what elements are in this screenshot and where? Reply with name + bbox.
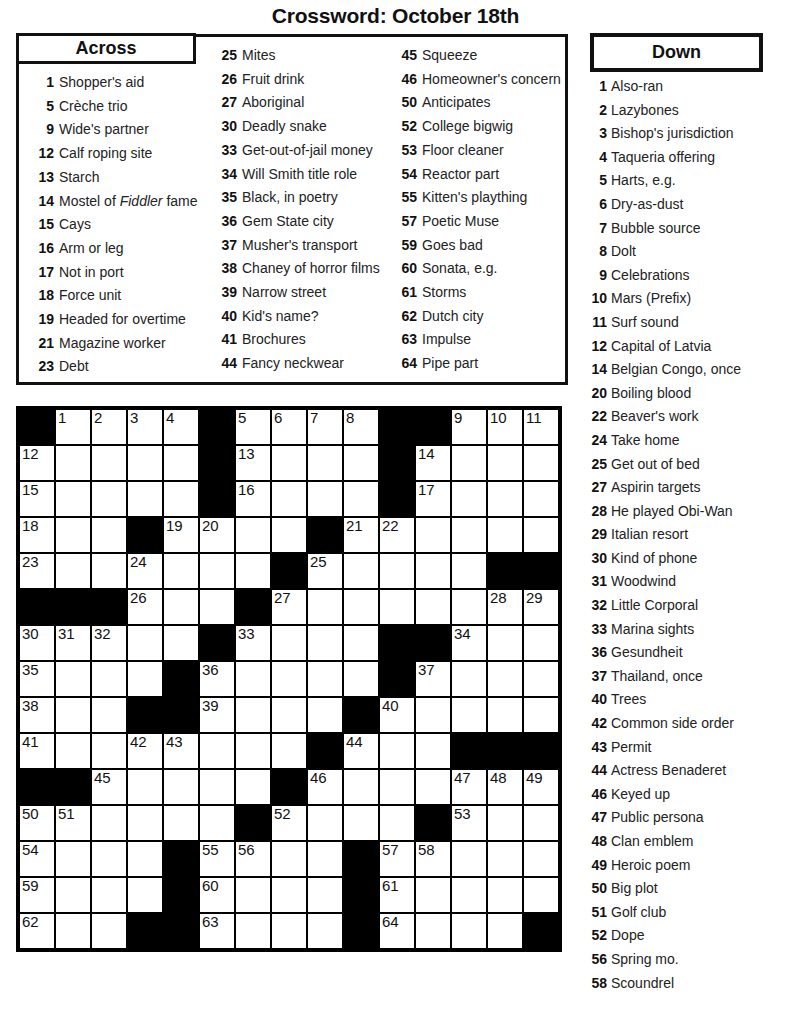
grid-cell[interactable]: 54: [19, 841, 55, 877]
black-cell: [487, 553, 523, 589]
grid-cell[interactable]: [55, 733, 91, 769]
grid-cell[interactable]: 44: [343, 733, 379, 769]
grid-cell[interactable]: 17: [415, 481, 451, 517]
grid-cell[interactable]: [379, 589, 415, 625]
clue-number: 14: [590, 358, 607, 382]
grid-cell[interactable]: [307, 445, 343, 481]
clue-line: 44Actress Benaderet: [590, 759, 790, 783]
clue-text: Force unit: [59, 284, 121, 308]
grid-cell[interactable]: [487, 913, 523, 949]
grid-cell[interactable]: [127, 445, 163, 481]
clue-text: Spring mo.: [611, 948, 679, 972]
grid-cell[interactable]: 7: [307, 409, 343, 445]
grid-cell[interactable]: 25: [307, 553, 343, 589]
clue-text: Little Corporal: [611, 594, 698, 618]
clue-line: 57Poetic Muse: [385, 210, 563, 234]
grid-cell[interactable]: 38: [19, 697, 55, 733]
clue-number: 36: [590, 641, 607, 665]
grid-cell[interactable]: [271, 697, 307, 733]
clue-text: Floor cleaner: [422, 139, 504, 163]
black-cell: [19, 589, 55, 625]
grid-cell[interactable]: [199, 733, 235, 769]
grid-cell[interactable]: [523, 697, 559, 733]
clue-line: 24Take home: [590, 429, 790, 453]
grid-cell[interactable]: [91, 661, 127, 697]
clue-line: 26Fruit drink: [205, 68, 383, 92]
clue-line: 46Homeowner's concern: [385, 68, 563, 92]
clue-line: 12Capital of Latvia: [590, 335, 790, 359]
grid-cell[interactable]: [451, 589, 487, 625]
clue-number: 15: [20, 213, 54, 237]
black-cell: [523, 733, 559, 769]
grid-cell[interactable]: [523, 661, 559, 697]
clue-number: 35: [205, 186, 237, 210]
grid-cell[interactable]: [55, 517, 91, 553]
grid-cell[interactable]: [163, 481, 199, 517]
grid-cell[interactable]: [271, 661, 307, 697]
clue-line: 43Permit: [590, 736, 790, 760]
grid-cell[interactable]: [415, 769, 451, 805]
grid-cell[interactable]: [271, 733, 307, 769]
grid-cell[interactable]: 48: [487, 769, 523, 805]
grid-cell[interactable]: [487, 481, 523, 517]
grid-cell[interactable]: 41: [19, 733, 55, 769]
grid-cell[interactable]: 5: [235, 409, 271, 445]
grid-cell[interactable]: 61: [379, 877, 415, 913]
grid-cell[interactable]: 59: [19, 877, 55, 913]
grid-cell[interactable]: 6: [271, 409, 307, 445]
grid-cell[interactable]: 11: [523, 409, 559, 445]
clue-line: 37Musher's transport: [205, 234, 383, 258]
clue-line: 11Surf sound: [590, 311, 790, 335]
grid-cell[interactable]: 60: [199, 877, 235, 913]
grid-cell[interactable]: [91, 445, 127, 481]
clue-line: 59Goes bad: [385, 234, 563, 258]
black-cell: [343, 913, 379, 949]
grid-cell[interactable]: [91, 841, 127, 877]
grid-cell[interactable]: 58: [415, 841, 451, 877]
clue-line: 4Taqueria offering: [590, 146, 790, 170]
grid-cell[interactable]: [199, 589, 235, 625]
grid-cell[interactable]: [163, 625, 199, 661]
grid-cell[interactable]: [343, 481, 379, 517]
clue-number: 34: [205, 163, 237, 187]
grid-cell[interactable]: [379, 733, 415, 769]
clue-number: 6: [590, 193, 607, 217]
grid-cell[interactable]: [55, 841, 91, 877]
clue-number: 46: [590, 783, 607, 807]
cell-number: 40: [382, 698, 399, 714]
grid-cell[interactable]: [307, 697, 343, 733]
grid-cell[interactable]: [235, 697, 271, 733]
grid-cell[interactable]: 20: [199, 517, 235, 553]
grid-cell[interactable]: [487, 661, 523, 697]
grid-cell[interactable]: [451, 877, 487, 913]
grid-cell[interactable]: 19: [163, 517, 199, 553]
clue-line: 51Golf club: [590, 901, 790, 925]
clue-text: Squeeze: [422, 44, 477, 68]
black-cell: [19, 409, 55, 445]
grid-cell[interactable]: [307, 841, 343, 877]
clue-text: Anticipates: [422, 91, 490, 115]
grid-cell[interactable]: 42: [127, 733, 163, 769]
grid-cell[interactable]: [343, 769, 379, 805]
grid-cell[interactable]: [271, 445, 307, 481]
grid-cell[interactable]: 12: [19, 445, 55, 481]
clue-number: 58: [590, 972, 607, 996]
grid-cell[interactable]: [199, 553, 235, 589]
cell-number: 37: [418, 662, 435, 678]
clue-line: 7Bubble source: [590, 217, 790, 241]
grid-cell[interactable]: [415, 553, 451, 589]
cell-number: 6: [274, 410, 282, 426]
grid-cell[interactable]: [415, 733, 451, 769]
grid-cell[interactable]: [307, 481, 343, 517]
grid-cell[interactable]: [415, 877, 451, 913]
grid-cell[interactable]: [307, 661, 343, 697]
grid-cell[interactable]: [127, 481, 163, 517]
grid-cell[interactable]: 52: [271, 805, 307, 841]
grid-cell[interactable]: [343, 661, 379, 697]
clue-number: 47: [590, 806, 607, 830]
grid-cell[interactable]: [55, 445, 91, 481]
grid-cell[interactable]: 31: [55, 625, 91, 661]
grid-cell[interactable]: [163, 445, 199, 481]
clue-number: 27: [205, 91, 237, 115]
cell-number: 10: [490, 410, 507, 426]
grid-cell[interactable]: [91, 517, 127, 553]
grid-cell[interactable]: [451, 661, 487, 697]
clue-number: 42: [590, 712, 607, 736]
grid-cell[interactable]: [343, 445, 379, 481]
grid-cell[interactable]: [271, 625, 307, 661]
clue-number: 24: [590, 429, 607, 453]
grid-cell[interactable]: [55, 553, 91, 589]
grid-cell[interactable]: [451, 445, 487, 481]
grid-cell[interactable]: [127, 805, 163, 841]
grid-cell[interactable]: [523, 481, 559, 517]
grid-cell[interactable]: 23: [19, 553, 55, 589]
grid-cell[interactable]: 49: [523, 769, 559, 805]
cell-number: 49: [526, 770, 543, 786]
grid-cell[interactable]: [55, 877, 91, 913]
cell-number: 46: [310, 770, 327, 786]
clue-text: Sonata, e.g.: [422, 257, 498, 281]
black-cell: [415, 409, 451, 445]
grid-cell[interactable]: [271, 913, 307, 949]
cell-number: 21: [346, 518, 363, 534]
cell-number: 31: [58, 626, 75, 642]
grid-cell[interactable]: [55, 697, 91, 733]
grid-cell[interactable]: [235, 913, 271, 949]
clue-text: Woodwind: [611, 570, 676, 594]
grid-cell[interactable]: 55: [199, 841, 235, 877]
grid-cell[interactable]: [127, 769, 163, 805]
grid-cell[interactable]: [487, 877, 523, 913]
black-cell: [307, 733, 343, 769]
black-cell: [163, 841, 199, 877]
clue-line: 41Brochures: [205, 328, 383, 352]
clue-text: Deadly snake: [242, 115, 327, 139]
black-cell: [163, 661, 199, 697]
black-cell: [55, 589, 91, 625]
grid-cell[interactable]: 40: [379, 697, 415, 733]
grid-cell[interactable]: 21: [343, 517, 379, 553]
clue-line: 3Bishop's jurisdiction: [590, 122, 790, 146]
grid-cell[interactable]: [91, 481, 127, 517]
clue-line: 27Aboriginal: [205, 91, 383, 115]
grid-cell[interactable]: [343, 625, 379, 661]
grid-cell[interactable]: [451, 517, 487, 553]
clue-text: Actress Benaderet: [611, 759, 726, 783]
cell-number: 14: [418, 446, 435, 462]
grid-cell[interactable]: [343, 553, 379, 589]
clue-line: 55Kitten's plaything: [385, 186, 563, 210]
grid-cell[interactable]: 24: [127, 553, 163, 589]
grid-cell[interactable]: [235, 733, 271, 769]
clue-number: 33: [205, 139, 237, 163]
clue-number: 52: [385, 115, 417, 139]
clue-text: Surf sound: [611, 311, 679, 335]
clue-text: Clan emblem: [611, 830, 693, 854]
grid-cell[interactable]: 16: [235, 481, 271, 517]
grid-cell[interactable]: 51: [55, 805, 91, 841]
grid-cell[interactable]: [127, 625, 163, 661]
grid-cell[interactable]: [271, 877, 307, 913]
grid-cell[interactable]: 53: [451, 805, 487, 841]
grid-cell[interactable]: [451, 841, 487, 877]
grid-cell[interactable]: [523, 805, 559, 841]
grid-cell[interactable]: [235, 661, 271, 697]
grid-cell[interactable]: 32: [91, 625, 127, 661]
clue-text: Dutch city: [422, 305, 483, 329]
grid-cell[interactable]: [487, 625, 523, 661]
grid-cell[interactable]: [55, 481, 91, 517]
grid-cell[interactable]: 47: [451, 769, 487, 805]
grid-cell[interactable]: [523, 841, 559, 877]
grid-cell[interactable]: [55, 661, 91, 697]
clue-number: 8: [590, 240, 607, 264]
grid-cell[interactable]: [487, 805, 523, 841]
grid-cell[interactable]: [55, 913, 91, 949]
grid-cell[interactable]: [163, 805, 199, 841]
grid-cell[interactable]: [271, 517, 307, 553]
grid-cell[interactable]: [91, 913, 127, 949]
grid-cell[interactable]: [487, 445, 523, 481]
grid-cell[interactable]: [379, 553, 415, 589]
clue-number: 33: [590, 618, 607, 642]
grid-cell[interactable]: [91, 805, 127, 841]
clue-line: 15Cays: [20, 213, 198, 237]
grid-cell[interactable]: [91, 877, 127, 913]
clue-text: Poetic Muse: [422, 210, 499, 234]
grid-cell[interactable]: [307, 805, 343, 841]
grid-cell[interactable]: [487, 841, 523, 877]
grid-cell[interactable]: [199, 805, 235, 841]
cell-number: 64: [382, 914, 399, 930]
grid-cell[interactable]: 2: [91, 409, 127, 445]
grid-cell[interactable]: 64: [379, 913, 415, 949]
grid-cell[interactable]: [235, 877, 271, 913]
clue-text: Bishop's jurisdiction: [611, 122, 734, 146]
cell-number: 11: [526, 410, 542, 426]
cell-number: 7: [310, 410, 318, 426]
clue-number: 53: [385, 139, 417, 163]
cell-number: 27: [274, 590, 291, 606]
clue-number: 13: [20, 166, 54, 190]
black-cell: [415, 805, 451, 841]
grid-cell[interactable]: 45: [91, 769, 127, 805]
clue-number: 57: [385, 210, 417, 234]
clue-line: 50Big plot: [590, 877, 790, 901]
grid-cell[interactable]: 29: [523, 589, 559, 625]
grid-cell[interactable]: [379, 769, 415, 805]
grid-cell[interactable]: [91, 733, 127, 769]
grid-cell[interactable]: 1: [55, 409, 91, 445]
grid-cell[interactable]: [487, 697, 523, 733]
clue-line: 33Get-out-of-jail money: [205, 139, 383, 163]
grid-cell[interactable]: 43: [163, 733, 199, 769]
grid-cell[interactable]: 28: [487, 589, 523, 625]
grid-cell[interactable]: [307, 625, 343, 661]
grid-cell[interactable]: 50: [19, 805, 55, 841]
black-cell: [343, 697, 379, 733]
clue-line: 50Anticipates: [385, 91, 563, 115]
clue-text: Mites: [242, 44, 275, 68]
cell-number: 60: [202, 878, 219, 894]
clue-text: Bubble source: [611, 217, 701, 241]
grid-cell[interactable]: 63: [199, 913, 235, 949]
grid-cell[interactable]: [127, 877, 163, 913]
grid-cell[interactable]: 35: [19, 661, 55, 697]
grid-cell[interactable]: [127, 841, 163, 877]
grid-cell[interactable]: 34: [451, 625, 487, 661]
cell-number: 63: [202, 914, 219, 930]
grid-cell[interactable]: 46: [307, 769, 343, 805]
cell-number: 24: [130, 554, 147, 570]
cell-number: 61: [382, 878, 399, 894]
grid-cell[interactable]: [451, 697, 487, 733]
clue-line: 56Spring mo.: [590, 948, 790, 972]
grid-cell[interactable]: [343, 805, 379, 841]
grid-cell[interactable]: [379, 805, 415, 841]
black-cell: [235, 589, 271, 625]
clue-text: Kid's name?: [242, 305, 319, 329]
grid-cell[interactable]: [451, 913, 487, 949]
grid-cell[interactable]: [415, 697, 451, 733]
black-cell: [199, 409, 235, 445]
grid-cell[interactable]: 9: [451, 409, 487, 445]
cell-number: 55: [202, 842, 219, 858]
clue-line: 20Boiling blood: [590, 382, 790, 406]
grid-cell[interactable]: [271, 481, 307, 517]
grid-cell[interactable]: [343, 589, 379, 625]
grid-cell[interactable]: [451, 481, 487, 517]
grid-cell[interactable]: [127, 661, 163, 697]
clue-text: Brochures: [242, 328, 306, 352]
grid-cell[interactable]: [235, 517, 271, 553]
grid-cell[interactable]: [451, 553, 487, 589]
grid-cell[interactable]: 3: [127, 409, 163, 445]
grid-cell[interactable]: [523, 625, 559, 661]
grid-cell[interactable]: 8: [343, 409, 379, 445]
grid-cell[interactable]: [91, 553, 127, 589]
grid-cell[interactable]: 37: [415, 661, 451, 697]
grid-cell[interactable]: 26: [127, 589, 163, 625]
clue-number: 17: [20, 261, 54, 285]
cell-number: 33: [238, 626, 255, 642]
cell-number: 19: [166, 518, 183, 534]
grid-cell[interactable]: 30: [19, 625, 55, 661]
grid-cell[interactable]: [307, 589, 343, 625]
grid-cell[interactable]: 27: [271, 589, 307, 625]
grid-cell[interactable]: [307, 877, 343, 913]
black-cell: [307, 517, 343, 553]
grid-cell[interactable]: 57: [379, 841, 415, 877]
grid-cell[interactable]: [307, 913, 343, 949]
grid-cell[interactable]: [235, 769, 271, 805]
clue-line: 9Wide's partner: [20, 118, 198, 142]
grid-cell[interactable]: 56: [235, 841, 271, 877]
clue-text: Golf club: [611, 901, 666, 925]
grid-cell[interactable]: [415, 913, 451, 949]
cell-number: 35: [22, 662, 39, 678]
grid-cell[interactable]: [163, 553, 199, 589]
grid-cell[interactable]: [163, 769, 199, 805]
grid-cell[interactable]: [487, 517, 523, 553]
grid-cell[interactable]: [235, 553, 271, 589]
grid-cell[interactable]: 22: [379, 517, 415, 553]
grid-cell[interactable]: [271, 841, 307, 877]
grid-cell[interactable]: 33: [235, 625, 271, 661]
cell-number: 53: [454, 806, 471, 822]
grid-cell[interactable]: [523, 877, 559, 913]
grid-cell[interactable]: 62: [19, 913, 55, 949]
clue-text: Black, in poetry: [242, 186, 338, 210]
clue-number: 32: [590, 594, 607, 618]
grid-cell[interactable]: [415, 589, 451, 625]
black-cell: [379, 625, 415, 661]
clue-text: Cays: [59, 213, 91, 237]
grid-cell[interactable]: [199, 769, 235, 805]
grid-cell[interactable]: [523, 517, 559, 553]
clue-number: 37: [590, 665, 607, 689]
clue-text: Kind of phone: [611, 547, 697, 571]
clue-line: 45Squeeze: [385, 44, 563, 68]
grid-cell[interactable]: [163, 589, 199, 625]
cell-number: 44: [346, 734, 363, 750]
grid-cell[interactable]: 18: [19, 517, 55, 553]
grid-cell[interactable]: 14: [415, 445, 451, 481]
grid-cell[interactable]: 39: [199, 697, 235, 733]
cell-number: 26: [130, 590, 147, 606]
grid-cell[interactable]: 10: [487, 409, 523, 445]
grid-cell[interactable]: 36: [199, 661, 235, 697]
grid-cell[interactable]: 13: [235, 445, 271, 481]
grid-cell[interactable]: [523, 445, 559, 481]
grid-cell[interactable]: [415, 517, 451, 553]
grid-cell[interactable]: [91, 697, 127, 733]
grid-cell[interactable]: 4: [163, 409, 199, 445]
grid-cell[interactable]: 15: [19, 481, 55, 517]
clue-text: Mars (Prefix): [611, 287, 691, 311]
clue-number: 40: [205, 305, 237, 329]
clue-line: 52Dope: [590, 924, 790, 948]
cell-number: 30: [22, 626, 39, 642]
clue-line: 40Trees: [590, 688, 790, 712]
clue-number: 31: [590, 570, 607, 594]
clue-line: 19Headed for overtime: [20, 308, 198, 332]
